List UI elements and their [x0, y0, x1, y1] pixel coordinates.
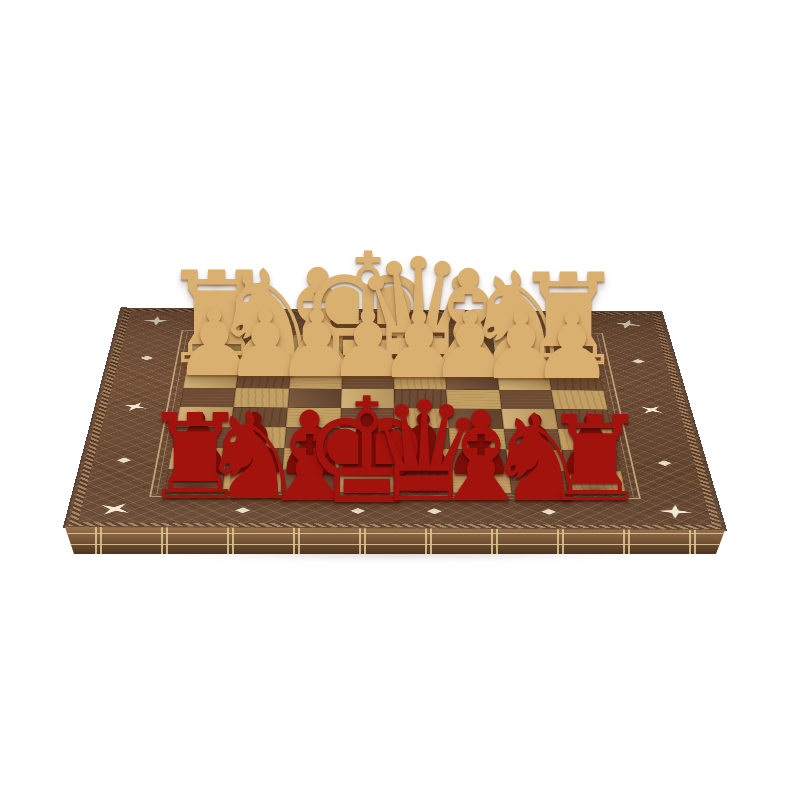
chess-set-photo: ♜♞♝♚♛♝♞♜♟♟♟♟♟♟♟♟♟♟♟♟♟♟♟♟♜♞♝♚♛♝♞♜ — [0, 0, 794, 794]
piece-wood-pawn-h7[interactable]: ♟ — [531, 301, 613, 393]
pieces-layer: ♜♞♝♚♛♝♞♜♟♟♟♟♟♟♟♟♟♟♟♟♟♟♟♟♜♞♝♚♛♝♞♜ — [0, 0, 794, 794]
piece-red-rook-h1[interactable]: ♜ — [542, 400, 648, 518]
